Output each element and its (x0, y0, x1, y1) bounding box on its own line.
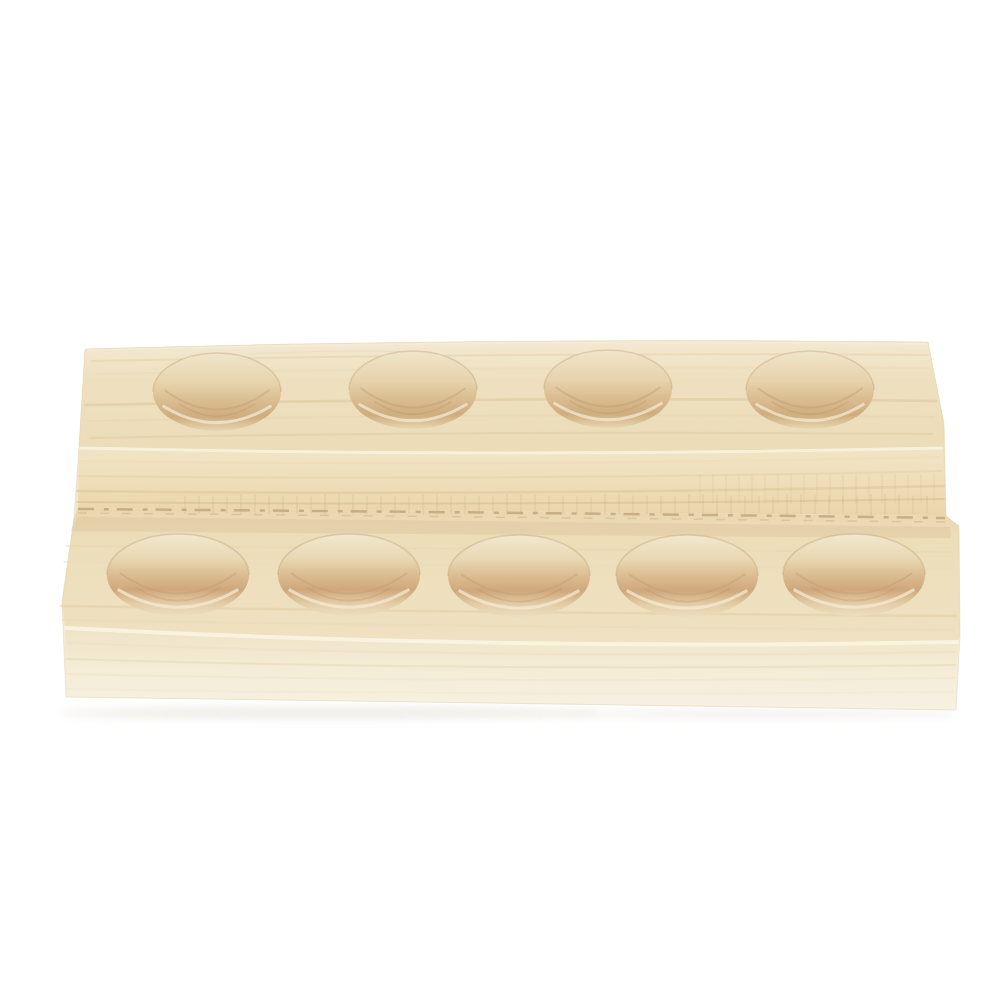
bottle-hole-lower-4 (616, 535, 758, 617)
wooden-essential-oil-tray (60, 341, 960, 719)
bottle-hole-upper-2 (349, 351, 477, 429)
bottle-hole-upper-4 (746, 351, 874, 429)
bottle-hole-lower-5 (783, 534, 925, 616)
wooden-oil-tray-photo (0, 0, 1000, 1000)
bottle-hole-lower-1 (107, 534, 249, 616)
ground-shadow (60, 707, 600, 719)
bottle-hole-upper-1 (153, 353, 281, 431)
photo-background (0, 0, 1000, 1000)
bottle-hole-lower-3 (448, 535, 590, 617)
bottle-hole-lower-2 (278, 534, 420, 616)
upper-tier-front-face (78, 447, 946, 516)
bottle-hole-upper-3 (544, 350, 672, 428)
ground-shadow (560, 709, 960, 719)
